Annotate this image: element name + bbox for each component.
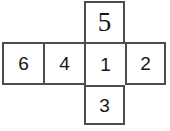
cube-net-board: 5 6 4 1 2 3 (2, 1, 166, 125)
net-cell-left-6: 6 (2, 42, 43, 85)
net-cell-4: 4 (43, 42, 84, 85)
net-cell-right-2: 2 (125, 42, 166, 85)
net-cell-top-5: 5 (84, 1, 125, 42)
net-cell-bottom-3: 3 (84, 85, 125, 125)
net-cell-center-1: 1 (84, 42, 125, 85)
